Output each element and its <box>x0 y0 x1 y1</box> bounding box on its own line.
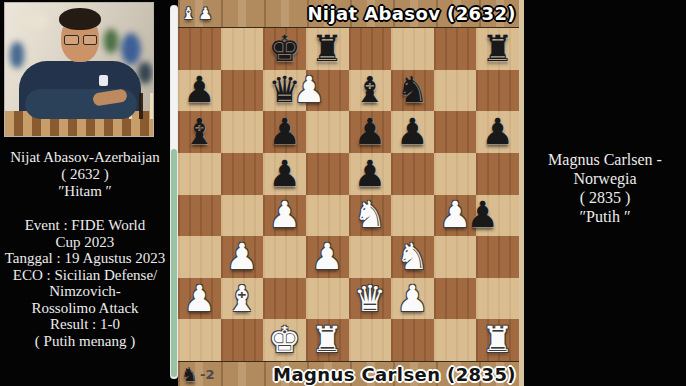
square-f7[interactable]: ♞ <box>391 70 434 112</box>
square-h8[interactable]: ♜ <box>476 28 519 70</box>
piece-black-rook[interactable]: ♜ <box>476 28 519 70</box>
captured-white-bishop-icon: ♝ <box>181 6 195 22</box>
piece-black-bishop[interactable]: ♝ <box>178 111 221 153</box>
square-a6[interactable]: ♝ <box>178 111 221 153</box>
square-a3[interactable] <box>178 236 221 278</box>
piece-black-pawn[interactable]: ♟ <box>178 70 221 112</box>
date-line: Tanggal : 19 Agustus 2023 <box>0 250 170 267</box>
white-player-name: Magnus Carlsen - <box>524 150 686 169</box>
black-player-side: ″Hitam ″ <box>0 183 170 200</box>
square-a2[interactable]: ♟ <box>178 278 221 320</box>
square-d4[interactable] <box>306 195 349 237</box>
piece-white-bishop[interactable]: ♝ <box>221 278 264 320</box>
square-g8[interactable] <box>434 28 477 70</box>
black-player-rating: ( 2632 ) <box>0 166 170 183</box>
piece-white-queen[interactable]: ♛ <box>349 278 392 320</box>
square-e8[interactable] <box>349 28 392 70</box>
abasov-glasses <box>64 35 97 45</box>
captured-pieces-top: ♝♟ <box>181 6 213 22</box>
square-e5[interactable]: ♟ <box>349 153 392 195</box>
piece-white-pawn[interactable]: ♟ <box>288 70 331 112</box>
eco-line: Nimzovich- <box>0 283 170 300</box>
piece-black-bishop[interactable]: ♝ <box>349 70 392 112</box>
square-d5[interactable] <box>306 153 349 195</box>
square-e7[interactable]: ♝ <box>349 70 392 112</box>
square-a7[interactable]: ♟ <box>178 70 221 112</box>
square-h7[interactable] <box>476 70 519 112</box>
square-b3[interactable]: ♟ <box>221 236 264 278</box>
white-player-country: Norwegia <box>524 169 686 188</box>
square-h3[interactable] <box>476 236 519 278</box>
square-f3[interactable]: ♞ <box>391 236 434 278</box>
square-b1[interactable] <box>221 319 264 361</box>
left-panel: Nijat Abasov-Azerbaijan ( 2632 ) ″Hitam … <box>0 0 170 386</box>
right-panel: Magnus Carlsen - Norwegia ( 2835 ) ″Puti… <box>524 0 686 386</box>
piece-black-pawn[interactable]: ♟ <box>263 153 306 195</box>
square-f2[interactable]: ♟ <box>391 278 434 320</box>
square-e2[interactable]: ♛ <box>349 278 392 320</box>
square-f4[interactable] <box>391 195 434 237</box>
square-e3[interactable] <box>349 236 392 278</box>
square-d2[interactable] <box>306 278 349 320</box>
square-e1[interactable] <box>349 319 392 361</box>
square-b5[interactable] <box>221 153 264 195</box>
square-a5[interactable] <box>178 153 221 195</box>
square-b6[interactable] <box>221 111 264 153</box>
eval-bar <box>170 5 178 379</box>
board-footer: ♞ -2 Magnus Carlsen (2835) <box>178 361 519 386</box>
black-player-name: Nijat Abasov-Azerbaijan <box>0 149 170 166</box>
piece-black-pawn[interactable]: ♟ <box>391 111 434 153</box>
piece-black-pawn[interactable]: ♟ <box>263 111 306 153</box>
piece-white-knight[interactable]: ♞ <box>349 195 392 237</box>
captured-pieces-bottom: ♞ <box>181 365 198 384</box>
square-g5[interactable] <box>434 153 477 195</box>
photo-abasov <box>4 2 154 137</box>
piece-white-rook[interactable]: ♜ <box>306 319 349 361</box>
square-a1[interactable] <box>178 319 221 361</box>
eval-bar-fill <box>171 149 177 377</box>
square-e4[interactable]: ♞ <box>349 195 392 237</box>
piece-white-pawn[interactable]: ♟ <box>178 278 221 320</box>
square-h4[interactable]: ♟ <box>476 195 519 237</box>
captured-black-knight-icon: ♞ <box>181 365 198 384</box>
square-e6[interactable]: ♟ <box>349 111 392 153</box>
square-h1[interactable]: ♜ <box>476 319 519 361</box>
square-g6[interactable] <box>434 111 477 153</box>
board-header: ♝♟ Nijat Abasov (2632) <box>178 0 519 28</box>
game-info: Event : FIDE World Cup 2023 Tanggal : 19… <box>0 217 170 349</box>
square-b4[interactable] <box>221 195 264 237</box>
result-line: Result : 1-0 <box>0 316 170 333</box>
bottom-player-label: Magnus Carlsen (2835) <box>273 364 516 385</box>
video-frame: Nijat Abasov-Azerbaijan ( 2632 ) ″Hitam … <box>0 0 686 386</box>
piece-white-pawn[interactable]: ♟ <box>306 236 349 278</box>
square-f1[interactable] <box>391 319 434 361</box>
square-d6[interactable] <box>306 111 349 153</box>
piece-white-king[interactable]: ♚ <box>263 319 306 361</box>
square-d3[interactable]: ♟ <box>306 236 349 278</box>
square-f6[interactable]: ♟ <box>391 111 434 153</box>
square-d1[interactable]: ♜ <box>306 319 349 361</box>
material-score: -2 <box>200 367 214 382</box>
shirt-badge <box>99 75 108 86</box>
piece-white-knight[interactable]: ♞ <box>391 236 434 278</box>
square-d8[interactable]: ♜ <box>306 28 349 70</box>
board-area: ♝♟ Nijat Abasov (2632) ♚♜♜♟♛♟♝♞♝♟♟♟♟♟♟♟♞… <box>178 0 519 386</box>
captured-white-pawn-icon: ♟ <box>198 6 212 22</box>
event-line: Cup 2023 <box>0 234 170 251</box>
square-b7[interactable] <box>221 70 264 112</box>
piece-black-pawn[interactable]: ♟ <box>349 153 392 195</box>
piece-white-pawn[interactable]: ♟ <box>221 236 264 278</box>
piece-white-pawn[interactable]: ♟ <box>391 278 434 320</box>
top-player-label: Nijat Abasov (2632) <box>307 3 516 24</box>
piece-white-pawn[interactable]: ♟ <box>263 195 306 237</box>
square-a8[interactable] <box>178 28 221 70</box>
square-h5[interactable] <box>476 153 519 195</box>
square-c5[interactable]: ♟ <box>263 153 306 195</box>
piece-black-knight[interactable]: ♞ <box>391 70 434 112</box>
square-c3[interactable] <box>263 236 306 278</box>
square-c6[interactable]: ♟ <box>263 111 306 153</box>
square-h6[interactable]: ♟ <box>476 111 519 153</box>
square-f5[interactable] <box>391 153 434 195</box>
square-g2[interactable] <box>434 278 477 320</box>
square-b8[interactable] <box>221 28 264 70</box>
white-player-rating: ( 2835 ) <box>524 188 686 207</box>
square-g1[interactable] <box>434 319 477 361</box>
piece-black-pawn[interactable]: ♟ <box>349 111 392 153</box>
chess-board[interactable]: ♚♜♜♟♛♟♝♞♝♟♟♟♟♟♟♟♞♟♟♟♟♞♟♝♛♟♚♜♜ <box>178 28 519 361</box>
piece-black-pawn[interactable]: ♟ <box>476 111 519 153</box>
abasov-hair <box>59 8 101 30</box>
piece-black-king[interactable]: ♚ <box>263 28 306 70</box>
square-f8[interactable] <box>391 28 434 70</box>
white-player-info: Magnus Carlsen - Norwegia ( 2835 ) ″Puti… <box>524 150 686 226</box>
result-line: ( Putih menang ) <box>0 333 170 350</box>
piece-black-rook[interactable]: ♜ <box>306 28 349 70</box>
eco-line: ECO : Sicilian Defense/ <box>0 267 170 284</box>
white-player-side: ″Putih ″ <box>524 207 686 226</box>
square-c1[interactable]: ♚ <box>263 319 306 361</box>
square-g3[interactable] <box>434 236 477 278</box>
square-h2[interactable] <box>476 278 519 320</box>
square-c8[interactable]: ♚ <box>263 28 306 70</box>
black-player-info: Nijat Abasov-Azerbaijan ( 2632 ) ″Hitam … <box>0 149 170 200</box>
eco-line: Rossolimo Attack <box>0 300 170 317</box>
piece-white-rook[interactable]: ♜ <box>476 319 519 361</box>
square-c4[interactable]: ♟ <box>263 195 306 237</box>
square-d7[interactable]: ♟ <box>306 70 349 112</box>
square-c2[interactable] <box>263 278 306 320</box>
square-a4[interactable] <box>178 195 221 237</box>
event-line: Event : FIDE World <box>0 217 170 234</box>
piece-black-pawn[interactable]: ♟ <box>461 195 504 237</box>
square-g7[interactable] <box>434 70 477 112</box>
square-b2[interactable]: ♝ <box>221 278 264 320</box>
